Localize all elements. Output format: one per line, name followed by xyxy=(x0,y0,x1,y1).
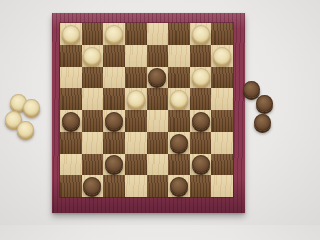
checker-dark[interactable] xyxy=(62,112,80,130)
square-d4[interactable] xyxy=(125,110,147,132)
square-b3[interactable] xyxy=(82,132,104,154)
square-f8[interactable] xyxy=(168,23,190,45)
square-d5[interactable] xyxy=(125,88,147,110)
checker-light[interactable] xyxy=(83,47,101,65)
checker-dark[interactable] xyxy=(105,112,123,130)
square-e7[interactable] xyxy=(147,45,169,67)
square-e3[interactable] xyxy=(147,132,169,154)
square-h2[interactable] xyxy=(211,154,233,176)
square-e5[interactable] xyxy=(147,88,169,110)
square-a2[interactable] xyxy=(60,154,82,176)
checker-light[interactable] xyxy=(213,47,231,65)
square-g2[interactable] xyxy=(190,154,212,176)
square-f1[interactable] xyxy=(168,175,190,197)
checker-light[interactable] xyxy=(62,25,80,43)
square-h4[interactable] xyxy=(211,110,233,132)
square-h5[interactable] xyxy=(211,88,233,110)
checker-light[interactable] xyxy=(105,25,123,43)
square-d8[interactable] xyxy=(125,23,147,45)
square-g4[interactable] xyxy=(190,110,212,132)
board-grid xyxy=(60,23,233,197)
square-c2[interactable] xyxy=(103,154,125,176)
square-c3[interactable] xyxy=(103,132,125,154)
square-c1[interactable] xyxy=(103,175,125,197)
square-h8[interactable] xyxy=(211,23,233,45)
square-g3[interactable] xyxy=(190,132,212,154)
square-e4[interactable] xyxy=(147,110,169,132)
checker-light[interactable] xyxy=(192,25,210,43)
square-a3[interactable] xyxy=(60,132,82,154)
square-d6[interactable] xyxy=(125,67,147,89)
square-d7[interactable] xyxy=(125,45,147,67)
square-d2[interactable] xyxy=(125,154,147,176)
square-f5[interactable] xyxy=(168,88,190,110)
square-c5[interactable] xyxy=(103,88,125,110)
square-h6[interactable] xyxy=(211,67,233,89)
checker-dark[interactable] xyxy=(105,155,123,173)
checker-dark-offboard[interactable] xyxy=(254,114,271,131)
square-a8[interactable] xyxy=(60,23,82,45)
checker-dark[interactable] xyxy=(83,177,101,195)
square-g7[interactable] xyxy=(190,45,212,67)
square-a6[interactable] xyxy=(60,67,82,89)
square-e1[interactable] xyxy=(147,175,169,197)
square-c4[interactable] xyxy=(103,110,125,132)
square-b4[interactable] xyxy=(82,110,104,132)
checker-light[interactable] xyxy=(192,68,210,86)
checker-dark[interactable] xyxy=(170,177,188,195)
square-f2[interactable] xyxy=(168,154,190,176)
checker-dark[interactable] xyxy=(170,134,188,152)
square-g8[interactable] xyxy=(190,23,212,45)
square-b2[interactable] xyxy=(82,154,104,176)
checkers-board xyxy=(52,13,245,213)
square-b8[interactable] xyxy=(82,23,104,45)
square-d3[interactable] xyxy=(125,132,147,154)
checker-light-offboard[interactable] xyxy=(17,121,34,138)
square-a5[interactable] xyxy=(60,88,82,110)
square-e2[interactable] xyxy=(147,154,169,176)
square-d1[interactable] xyxy=(125,175,147,197)
square-h7[interactable] xyxy=(211,45,233,67)
square-c6[interactable] xyxy=(103,67,125,89)
square-f4[interactable] xyxy=(168,110,190,132)
photo-backdrop xyxy=(0,0,300,225)
square-f7[interactable] xyxy=(168,45,190,67)
checker-light[interactable] xyxy=(127,90,145,108)
square-c7[interactable] xyxy=(103,45,125,67)
checker-dark[interactable] xyxy=(192,155,210,173)
square-a7[interactable] xyxy=(60,45,82,67)
square-b1[interactable] xyxy=(82,175,104,197)
square-f6[interactable] xyxy=(168,67,190,89)
square-c8[interactable] xyxy=(103,23,125,45)
square-g5[interactable] xyxy=(190,88,212,110)
square-b6[interactable] xyxy=(82,67,104,89)
square-f3[interactable] xyxy=(168,132,190,154)
square-a4[interactable] xyxy=(60,110,82,132)
checker-dark-offboard[interactable] xyxy=(256,95,273,112)
square-b7[interactable] xyxy=(82,45,104,67)
checker-light-offboard[interactable] xyxy=(23,99,40,116)
square-h1[interactable] xyxy=(211,175,233,197)
checker-dark-offboard[interactable] xyxy=(243,81,260,98)
checker-light[interactable] xyxy=(170,90,188,108)
square-e8[interactable] xyxy=(147,23,169,45)
square-g6[interactable] xyxy=(190,67,212,89)
square-h3[interactable] xyxy=(211,132,233,154)
checker-dark[interactable] xyxy=(148,68,166,86)
square-e6[interactable] xyxy=(147,67,169,89)
square-a1[interactable] xyxy=(60,175,82,197)
checker-dark[interactable] xyxy=(192,112,210,130)
square-b5[interactable] xyxy=(82,88,104,110)
square-g1[interactable] xyxy=(190,175,212,197)
